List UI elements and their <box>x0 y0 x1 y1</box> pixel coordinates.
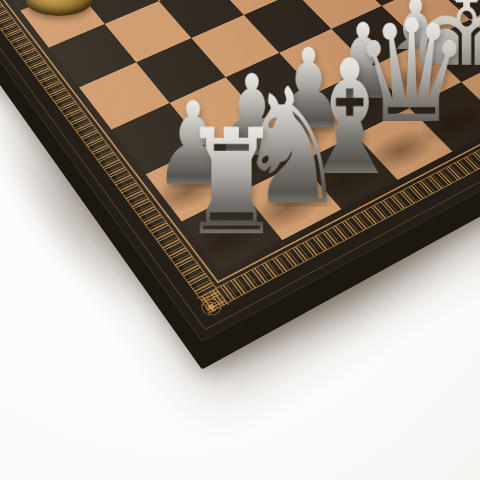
chess-board: ♜♞♝♛♚♝♞♜♟♟♟♟♟♟♟♟♟♟♟♟♟♟♟♟♜♞♝♛♚♝♞♜ <box>0 0 480 342</box>
filigree-corner-rosette <box>194 292 229 322</box>
photo-stage: ♜♞♝♛♚♝♞♜♟♟♟♟♟♟♟♟♟♟♟♟♟♟♟♟♜♞♝♛♚♝♞♜ <box>0 0 480 480</box>
